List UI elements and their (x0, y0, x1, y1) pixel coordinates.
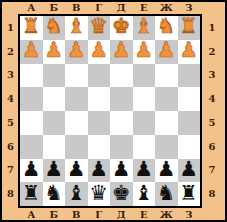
piece-black-queen[interactable]: ♛ (89, 183, 108, 204)
piece-white-queen[interactable]: ♛ (89, 16, 108, 37)
square-f3[interactable] (133, 64, 156, 88)
square-g4[interactable] (155, 87, 178, 111)
file-label-g: Ж (155, 208, 178, 222)
file-label-b: Б (43, 208, 66, 222)
file-label-a: А (20, 208, 43, 222)
square-a3[interactable] (20, 64, 43, 88)
piece-black-pawn[interactable]: ♟ (134, 159, 153, 180)
rank-label-5: 5 (205, 111, 219, 135)
square-b3[interactable] (43, 64, 66, 88)
piece-black-pawn[interactable]: ♟ (67, 159, 86, 180)
piece-white-knight[interactable]: ♞ (44, 16, 63, 37)
square-g3[interactable] (155, 64, 178, 88)
file-label-c: В (65, 208, 88, 222)
square-c5[interactable] (65, 111, 88, 135)
square-h4[interactable] (178, 87, 201, 111)
file-label-b: Б (43, 2, 66, 14)
square-h3[interactable] (178, 64, 201, 88)
piece-black-knight[interactable]: ♞ (157, 183, 176, 204)
rank-label-2: 2 (205, 40, 219, 64)
rank-label-1: 1 (205, 16, 219, 40)
file-label-g: Ж (155, 2, 178, 14)
square-b2[interactable]: ♟ (43, 40, 66, 64)
piece-black-knight[interactable]: ♞ (44, 183, 63, 204)
file-label-d: Г (88, 2, 111, 14)
file-label-a: А (20, 2, 43, 14)
rank-label-3: 3 (205, 64, 219, 88)
rank-label-3: 3 (4, 64, 17, 88)
square-h2[interactable]: ♟ (178, 40, 201, 64)
piece-black-king[interactable]: ♚ (112, 183, 131, 204)
file-label-h: З (178, 208, 201, 222)
square-e2[interactable]: ♟ (110, 40, 133, 64)
square-d1[interactable]: ♛ (88, 16, 111, 40)
rank-label-6: 6 (4, 135, 17, 159)
piece-black-pawn[interactable]: ♟ (89, 159, 108, 180)
piece-black-pawn[interactable]: ♟ (179, 159, 198, 180)
square-d5[interactable] (88, 111, 111, 135)
piece-white-pawn[interactable]: ♟ (134, 40, 153, 61)
square-d7[interactable]: ♟ (88, 159, 111, 183)
piece-white-pawn[interactable]: ♟ (157, 40, 176, 61)
square-f4[interactable] (133, 87, 156, 111)
rank-label-5: 5 (4, 111, 17, 135)
file-label-h: З (178, 2, 201, 14)
square-f6[interactable] (133, 135, 156, 159)
file-label-f: Е (133, 2, 156, 14)
square-f8[interactable]: ♝ (133, 182, 156, 206)
square-a6[interactable] (20, 135, 43, 159)
square-g7[interactable]: ♟ (155, 159, 178, 183)
square-d8[interactable]: ♛ (88, 182, 111, 206)
square-g6[interactable] (155, 135, 178, 159)
square-c4[interactable] (65, 87, 88, 111)
piece-white-king[interactable]: ♚ (112, 16, 131, 37)
piece-black-pawn[interactable]: ♟ (22, 159, 41, 180)
square-c8[interactable]: ♝ (65, 182, 88, 206)
square-h6[interactable] (178, 135, 201, 159)
square-g2[interactable]: ♟ (155, 40, 178, 64)
square-e4[interactable] (110, 87, 133, 111)
rank-label-8: 8 (205, 182, 219, 206)
chess-diagram: АБВГДЕЖЗ 12345678 ♜♞♝♛♚♝♞♜♟♟♟♟♟♟♟♟♟♟♟♟♟♟… (0, 0, 227, 222)
rank-label-4: 4 (205, 87, 219, 111)
square-a1[interactable]: ♜ (20, 16, 43, 40)
square-b8[interactable]: ♞ (43, 182, 66, 206)
piece-white-bishop[interactable]: ♝ (67, 16, 86, 37)
square-a4[interactable] (20, 87, 43, 111)
square-g8[interactable]: ♞ (155, 182, 178, 206)
piece-black-rook[interactable]: ♜ (179, 183, 198, 204)
rank-label-4: 4 (4, 87, 17, 111)
square-b4[interactable] (43, 87, 66, 111)
file-label-e: Д (110, 2, 133, 14)
square-f2[interactable]: ♟ (133, 40, 156, 64)
square-e7[interactable]: ♟ (110, 159, 133, 183)
square-b5[interactable] (43, 111, 66, 135)
piece-white-pawn[interactable]: ♟ (112, 40, 131, 61)
piece-white-rook[interactable]: ♜ (22, 16, 41, 37)
piece-white-rook[interactable]: ♜ (179, 16, 198, 37)
piece-white-bishop[interactable]: ♝ (134, 16, 153, 37)
square-a5[interactable] (20, 111, 43, 135)
piece-black-pawn[interactable]: ♟ (112, 159, 131, 180)
rank-label-7: 7 (205, 159, 219, 183)
square-f1[interactable]: ♝ (133, 16, 156, 40)
square-d2[interactable]: ♟ (88, 40, 111, 64)
square-h1[interactable]: ♜ (178, 16, 201, 40)
piece-white-pawn[interactable]: ♟ (67, 40, 86, 61)
rank-label-6: 6 (205, 135, 219, 159)
square-d4[interactable] (88, 87, 111, 111)
square-g5[interactable] (155, 111, 178, 135)
square-c1[interactable]: ♝ (65, 16, 88, 40)
square-d6[interactable] (88, 135, 111, 159)
piece-black-bishop[interactable]: ♝ (67, 183, 86, 204)
piece-black-bishop[interactable]: ♝ (134, 183, 153, 204)
file-labels-top: АБВГДЕЖЗ (20, 2, 200, 14)
square-e3[interactable] (110, 64, 133, 88)
file-label-f: Е (133, 208, 156, 222)
square-e1[interactable]: ♚ (110, 16, 133, 40)
rank-labels-left: 12345678 (4, 16, 17, 206)
square-c2[interactable]: ♟ (65, 40, 88, 64)
square-f7[interactable]: ♟ (133, 159, 156, 183)
square-f5[interactable] (133, 111, 156, 135)
piece-black-pawn[interactable]: ♟ (44, 159, 63, 180)
square-a8[interactable]: ♜ (20, 182, 43, 206)
square-a7[interactable]: ♟ (20, 159, 43, 183)
square-c3[interactable] (65, 64, 88, 88)
file-label-c: В (65, 2, 88, 14)
piece-white-pawn[interactable]: ♟ (22, 40, 41, 61)
square-b6[interactable] (43, 135, 66, 159)
rank-label-7: 7 (4, 159, 17, 183)
square-e5[interactable] (110, 111, 133, 135)
piece-black-rook[interactable]: ♜ (22, 183, 41, 204)
piece-white-pawn[interactable]: ♟ (44, 40, 63, 61)
chess-board: ♜♞♝♛♚♝♞♜♟♟♟♟♟♟♟♟♟♟♟♟♟♟♟♟♜♞♝♛♚♝♞♜ (18, 14, 202, 208)
square-a2[interactable]: ♟ (20, 40, 43, 64)
square-b7[interactable]: ♟ (43, 159, 66, 183)
file-label-d: Г (88, 208, 111, 222)
rank-label-8: 8 (4, 182, 17, 206)
rank-labels-right: 12345678 (205, 16, 219, 206)
piece-white-pawn[interactable]: ♟ (89, 40, 108, 61)
piece-white-knight[interactable]: ♞ (157, 16, 176, 37)
file-labels-bottom: АБВГДЕЖЗ (20, 208, 200, 222)
rank-label-2: 2 (4, 40, 17, 64)
file-label-e: Д (110, 208, 133, 222)
square-h8[interactable]: ♜ (178, 182, 201, 206)
piece-black-pawn[interactable]: ♟ (157, 159, 176, 180)
square-h7[interactable]: ♟ (178, 159, 201, 183)
square-d3[interactable] (88, 64, 111, 88)
square-c7[interactable]: ♟ (65, 159, 88, 183)
rank-label-1: 1 (4, 16, 17, 40)
square-e6[interactable] (110, 135, 133, 159)
square-c6[interactable] (65, 135, 88, 159)
square-h5[interactable] (178, 111, 201, 135)
square-e8[interactable]: ♚ (110, 182, 133, 206)
square-g1[interactable]: ♞ (155, 16, 178, 40)
square-b1[interactable]: ♞ (43, 16, 66, 40)
piece-white-pawn[interactable]: ♟ (179, 40, 198, 61)
